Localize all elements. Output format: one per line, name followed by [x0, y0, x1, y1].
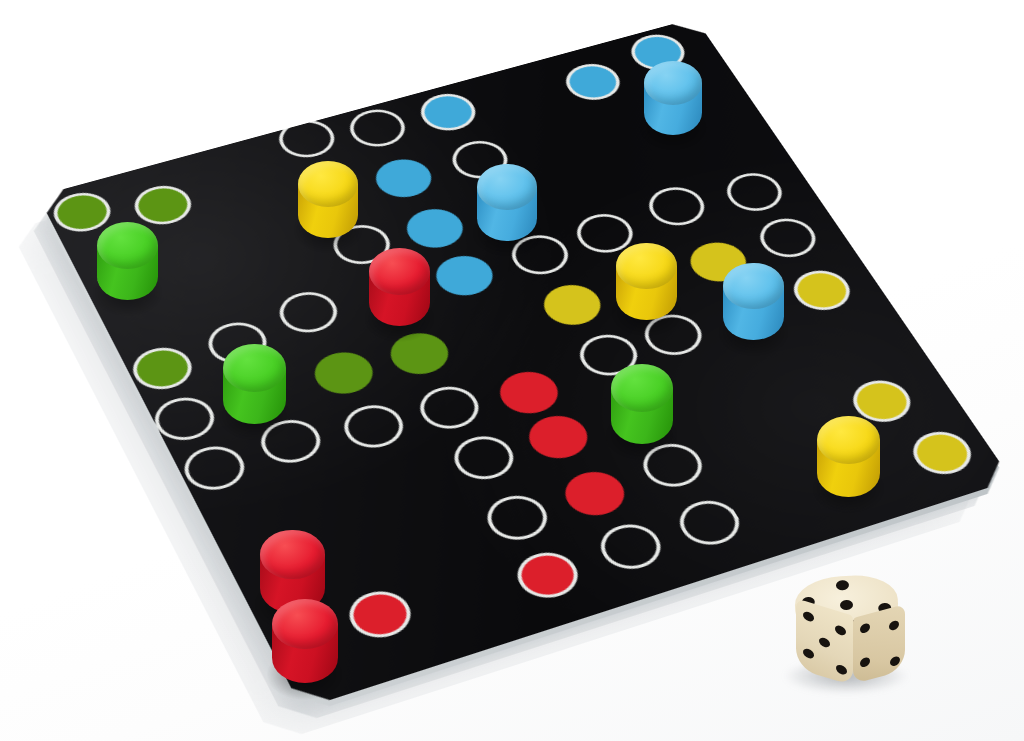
- die-pip: [836, 580, 850, 591]
- die-pip: [860, 656, 870, 668]
- die-pip: [803, 610, 814, 622]
- blue-piece[interactable]: [477, 164, 537, 241]
- yellow-piece-top: [298, 161, 358, 207]
- die-pip: [840, 600, 854, 611]
- die-pip: [835, 624, 846, 636]
- red-piece-top: [260, 530, 325, 580]
- yellow-piece[interactable]: [298, 161, 358, 238]
- yellow-piece[interactable]: [616, 243, 677, 321]
- green-piece-top: [97, 222, 158, 269]
- die-pip: [836, 663, 847, 675]
- green-piece-top: [223, 344, 286, 392]
- die[interactable]: [783, 570, 915, 698]
- die-pip: [889, 620, 899, 632]
- scene: [0, 0, 1024, 741]
- blue-piece-top: [644, 61, 702, 105]
- red-piece[interactable]: [272, 599, 338, 684]
- blue-piece[interactable]: [723, 263, 784, 341]
- yellow-piece[interactable]: [817, 416, 880, 496]
- blue-piece-top: [477, 164, 537, 210]
- die-pip: [890, 655, 900, 667]
- red-piece-top: [369, 248, 430, 295]
- die-pip: [803, 648, 814, 660]
- green-piece-top: [611, 364, 673, 412]
- green-piece[interactable]: [97, 222, 158, 300]
- blue-piece-top: [723, 263, 784, 310]
- blue-piece[interactable]: [644, 61, 702, 135]
- green-piece[interactable]: [223, 344, 286, 424]
- red-piece-top: [272, 599, 338, 650]
- die-pip: [819, 636, 830, 648]
- die-pip: [860, 622, 870, 634]
- yellow-piece-top: [817, 416, 880, 464]
- green-piece[interactable]: [611, 364, 673, 444]
- yellow-piece-top: [616, 243, 677, 289]
- red-piece[interactable]: [369, 248, 430, 326]
